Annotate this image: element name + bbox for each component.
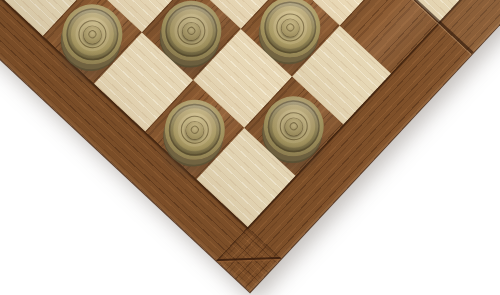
- piece-center-dimple: [186, 25, 197, 36]
- photo-stage: [0, 0, 500, 295]
- piece-center-dimple: [189, 124, 200, 135]
- piece-center-dimple: [285, 22, 296, 33]
- piece-center-dimple: [87, 29, 98, 40]
- checkers-board: [0, 0, 500, 292]
- piece-center-dimple: [288, 121, 299, 132]
